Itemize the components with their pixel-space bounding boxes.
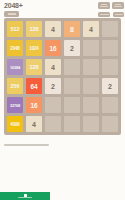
empty-cell (102, 21, 118, 37)
score-box (98, 2, 110, 9)
menu-badge-text (8, 13, 16, 14)
tile-4: 4 (26, 116, 42, 132)
empty-cell (83, 116, 99, 132)
tile-2: 2 (45, 78, 61, 94)
empty-cell (83, 78, 99, 94)
empty-cell (83, 40, 99, 56)
menu-badge[interactable] (4, 11, 19, 17)
ad-banner[interactable] (0, 192, 50, 200)
tile-4: 4 (45, 21, 61, 37)
tile-16: 16 (26, 97, 42, 113)
tile-1024: 1024 (26, 40, 42, 56)
empty-cell (102, 97, 118, 113)
best-box (112, 2, 124, 9)
instructions-text (4, 144, 49, 146)
empty-cell (45, 97, 61, 113)
best-label (115, 4, 121, 5)
tile-4096: 4096 (7, 116, 23, 132)
undo-button[interactable] (98, 12, 110, 17)
tile-32768: 32768 (7, 97, 23, 113)
tile-2: 2 (102, 78, 118, 94)
tile-4: 4 (45, 59, 61, 75)
ad-text (18, 197, 32, 198)
empty-cell (83, 97, 99, 113)
game-board[interactable]: 5121284842048102416216384128425664223276… (4, 18, 121, 135)
tile-16384: 16384 (7, 59, 23, 75)
empty-cell (45, 116, 61, 132)
tile-128: 128 (26, 21, 42, 37)
empty-cell (102, 116, 118, 132)
empty-cell (64, 59, 80, 75)
empty-cell (64, 116, 80, 132)
score-value (100, 6, 108, 7)
tile-512: 512 (7, 21, 23, 37)
tile-16: 16 (45, 40, 61, 56)
tile-8: 8 (64, 21, 80, 37)
empty-cell (64, 97, 80, 113)
new-game-button[interactable] (113, 12, 124, 17)
best-value (114, 6, 122, 7)
tile-64: 64 (26, 78, 42, 94)
tile-2048: 2048 (7, 40, 23, 56)
tile-4: 4 (83, 21, 99, 37)
app-screen: 2048+ 5121284842048102416216384128425664… (0, 0, 125, 200)
page-title: 2048+ (4, 2, 23, 9)
empty-cell (102, 59, 118, 75)
empty-cell (64, 78, 80, 94)
new-game-button-text (115, 14, 123, 15)
undo-button-text (100, 14, 109, 15)
tile-128: 128 (26, 59, 42, 75)
empty-cell (83, 59, 99, 75)
tile-2: 2 (64, 40, 80, 56)
tile-256: 256 (7, 78, 23, 94)
score-label (101, 4, 107, 5)
empty-cell (102, 40, 118, 56)
